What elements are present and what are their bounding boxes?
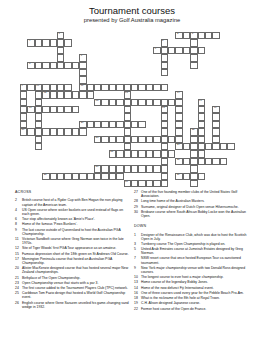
grid-cell[interactable] (198, 106, 205, 113)
grid-cell[interactable] (161, 84, 168, 91)
grid-cell[interactable] (146, 136, 153, 143)
grid-cell[interactable] (161, 136, 168, 143)
clue-number: 14 (134, 286, 141, 290)
grid-cell[interactable] (161, 121, 168, 128)
grid-cell[interactable] (116, 84, 123, 91)
clue-text: English course where Gene Sarazen unveil… (22, 301, 131, 309)
grid-cell[interactable] (138, 136, 145, 143)
clue-number: 26 (15, 301, 22, 309)
grid-cell[interactable]: 23 (94, 136, 101, 143)
grid-cell[interactable] (20, 113, 27, 120)
grid-cell[interactable] (175, 106, 182, 113)
grid-cell[interactable]: 13 (124, 91, 131, 98)
grid-cell[interactable] (20, 91, 27, 98)
grid-cell[interactable] (153, 136, 160, 143)
grid-cell[interactable] (161, 150, 168, 157)
grid-cell[interactable]: 26 (175, 158, 182, 165)
grid-cell[interactable]: 8 (27, 62, 34, 69)
grid-cell[interactable] (124, 165, 131, 172)
grid-cell[interactable] (183, 143, 190, 150)
clue-text: Home of the now defunct Fiji Internation… (141, 286, 252, 290)
grid-cell[interactable] (131, 136, 138, 143)
grid-cell[interactable] (35, 113, 42, 120)
grid-cell[interactable] (79, 76, 86, 83)
clue-text: New York major championship venue with t… (141, 266, 252, 274)
clue-number: 21 (15, 276, 22, 280)
clue-number: 23 (15, 281, 22, 285)
across-clue-list: 2British course host of a Ryder Cup with… (15, 198, 131, 309)
grid-cell[interactable] (161, 113, 168, 120)
clue-item: 24The first course added to the Tourname… (15, 286, 131, 290)
clue-number: 13 (134, 280, 141, 284)
grid-cell[interactable] (101, 173, 108, 180)
grid-cell[interactable] (87, 173, 94, 180)
grid-cell[interactable] (190, 173, 197, 180)
grid-cell[interactable] (205, 143, 212, 150)
grid-cell[interactable] (101, 136, 108, 143)
grid-cell[interactable]: 7 (79, 54, 86, 61)
grid-cell[interactable] (87, 121, 94, 128)
grid-cell[interactable] (153, 84, 160, 91)
grid-cell[interactable] (161, 128, 168, 135)
grid-cell[interactable] (42, 106, 49, 113)
clue-item: 7NSW resort course that once hosted Euro… (134, 256, 252, 264)
grid-cell[interactable] (205, 158, 212, 165)
grid-cell[interactable] (205, 32, 212, 39)
grid-cell[interactable] (146, 150, 153, 157)
grid-cell[interactable] (79, 128, 86, 135)
cell-number: 29 (177, 174, 180, 177)
cell-number: 24 (177, 144, 180, 147)
grid-cell[interactable] (57, 47, 64, 54)
clue-item: 19C.H. Alison designed Japanese course. (134, 301, 252, 305)
grid-cell[interactable] (109, 136, 116, 143)
clue-item: 30Brisbane course where South African Bo… (134, 210, 252, 218)
grid-cell[interactable] (42, 62, 49, 69)
grid-cell[interactable] (146, 165, 153, 172)
grid-cell[interactable]: 19 (212, 106, 219, 113)
across-clues-column: ACROSS 2British course host of a Ryder C… (15, 190, 131, 310)
grid-cell[interactable]: 22 (190, 128, 197, 135)
grid-cell[interactable] (116, 165, 123, 172)
grid-cell[interactable] (72, 106, 79, 113)
grid-cell[interactable] (153, 150, 160, 157)
grid-cell[interactable] (124, 84, 131, 91)
grid-cell[interactable] (161, 47, 168, 54)
grid-cell[interactable] (168, 99, 175, 106)
grid-cell[interactable] (50, 173, 57, 180)
clue-number: 8 (15, 222, 22, 226)
clue-number: 17 (15, 257, 22, 265)
clue-item: 6Tour stop affectionately known as 'Arni… (15, 217, 131, 221)
grid-cell[interactable] (35, 62, 42, 69)
grid-cell[interactable] (35, 99, 42, 106)
cell-number: 5 (162, 40, 163, 43)
grid-cell[interactable] (227, 143, 234, 150)
grid-cell[interactable] (64, 84, 71, 91)
grid-cell[interactable] (79, 173, 86, 180)
grid-cell[interactable] (50, 84, 57, 91)
grid-cell[interactable] (138, 99, 145, 106)
grid-cell[interactable] (124, 106, 131, 113)
across-header: ACROSS (15, 190, 131, 194)
grid-cell[interactable] (190, 39, 197, 46)
grid-cell[interactable] (57, 91, 64, 98)
grid-cell[interactable] (190, 47, 197, 54)
grid-cell[interactable] (212, 136, 219, 143)
grid-cell[interactable] (20, 106, 27, 113)
grid-cell[interactable] (212, 128, 219, 135)
grid-cell[interactable] (50, 39, 57, 46)
grid-cell[interactable] (101, 165, 108, 172)
grid-cell[interactable] (27, 84, 34, 91)
grid-cell[interactable]: 20 (79, 121, 86, 128)
grid-cell[interactable] (183, 47, 190, 54)
grid-cell[interactable] (57, 62, 64, 69)
grid-cell[interactable] (198, 121, 205, 128)
grid-cell[interactable] (190, 54, 197, 61)
cell-number: 12 (44, 92, 47, 95)
grid-cell[interactable] (35, 106, 42, 113)
grid-cell[interactable] (35, 128, 42, 135)
grid-cell[interactable]: 12 (42, 91, 49, 98)
grid-cell[interactable]: 5 (161, 39, 168, 46)
clue-text: Mornington Peninsula course that hosted … (22, 257, 131, 265)
grid-cell[interactable] (190, 143, 197, 150)
grid-cell[interactable] (116, 99, 123, 106)
grid-cell[interactable] (109, 165, 116, 172)
grid-cell[interactable]: 17 (27, 106, 34, 113)
grid-cell[interactable] (131, 165, 138, 172)
clue-text: Open Championship venue that starts with… (22, 281, 131, 285)
clue-text: The last course outside of Queensland to… (22, 228, 131, 236)
clue-number: 16 (134, 291, 141, 295)
clue-number: 28 (134, 199, 141, 203)
grid-cell[interactable] (116, 150, 123, 157)
grid-cell[interactable] (183, 173, 190, 180)
grid-cell[interactable] (198, 173, 205, 180)
grid-cell[interactable] (153, 99, 160, 106)
grid-cell[interactable] (64, 62, 71, 69)
grid-cell[interactable] (72, 91, 79, 98)
grid-cell[interactable] (116, 173, 123, 180)
clue-item: 12Site of Tiger Woods' first PGA Tour ap… (15, 246, 131, 250)
grid-cell[interactable] (124, 128, 131, 135)
cell-number: 9 (22, 85, 23, 88)
grid-cell[interactable]: 15 (94, 99, 101, 106)
grid-cell[interactable] (116, 121, 123, 128)
grid-cell[interactable] (220, 158, 227, 165)
grid-cell[interactable]: 24 (175, 143, 182, 150)
clue-text: Famous depression short of the 18th gree… (22, 252, 131, 256)
grid-cell[interactable] (131, 180, 138, 187)
grid-cell[interactable]: 30 (124, 180, 131, 187)
grid-cell[interactable] (131, 121, 138, 128)
puzzle-page: Tournament courses presented by Golf Aus… (0, 0, 264, 341)
grid-cell[interactable] (146, 99, 153, 106)
grid-cell[interactable] (50, 62, 57, 69)
grid-cell[interactable] (72, 62, 79, 69)
clue-number: 25 (15, 291, 22, 299)
grid-cell[interactable] (50, 106, 57, 113)
grid-cell[interactable] (94, 173, 101, 180)
grid-cell[interactable] (57, 106, 64, 113)
clue-item: 23Open Championship venue that starts wi… (15, 281, 131, 285)
clue-item: 10The longest course to ever host a majo… (134, 275, 252, 279)
cell-number: 25 (110, 151, 113, 154)
grid-cell[interactable] (109, 173, 116, 180)
grid-cell[interactable] (109, 99, 116, 106)
grid-cell[interactable] (50, 128, 57, 135)
grid-cell[interactable] (64, 106, 71, 113)
grid-cell[interactable] (138, 180, 145, 187)
grid-cell[interactable] (72, 128, 79, 135)
clue-text: Birthplace of The Open Championship. (22, 276, 131, 280)
grid-cell[interactable] (57, 54, 64, 61)
clue-item: 9The last course outside of Queensland t… (15, 228, 131, 236)
grid-cell[interactable] (101, 84, 108, 91)
grid-cell[interactable] (190, 180, 197, 187)
crossword-grid: 1234567118910211213142415161718192022232… (20, 32, 235, 187)
down-clue-list: 1Designer of the Renaissance Club, which… (134, 233, 252, 311)
grid-cell[interactable]: 21 (20, 128, 27, 135)
grid-cell[interactable] (212, 113, 219, 120)
clue-text: United Arab Emirates course at Jumeirah … (141, 247, 252, 255)
grid-cell[interactable] (124, 121, 131, 128)
cell-number: 20 (81, 122, 84, 125)
grid-cell[interactable] (35, 143, 42, 150)
grid-cell[interactable] (124, 143, 131, 150)
grid-cell[interactable] (190, 136, 197, 143)
cell-number: 1 (59, 33, 60, 36)
grid-cell[interactable] (57, 173, 64, 180)
grid-cell[interactable] (161, 62, 168, 69)
cell-number: 30 (125, 181, 128, 184)
clue-text: Home of the famous 'Pews Bunkers'. (22, 222, 131, 226)
grid-cell[interactable] (35, 121, 42, 128)
grid-cell[interactable] (72, 173, 79, 180)
grid-cell[interactable] (183, 158, 190, 165)
grid-cell[interactable]: 27 (94, 165, 101, 172)
grid-cell[interactable] (27, 128, 34, 135)
grid-cell[interactable] (146, 180, 153, 187)
grid-cell[interactable]: 9 (20, 84, 27, 91)
grid-cell[interactable] (35, 91, 42, 98)
grid-cell[interactable] (116, 136, 123, 143)
grid-cell[interactable] (94, 121, 101, 128)
clue-item: 13Home course of the legendary Bobby Jon… (134, 280, 252, 284)
grid-cell[interactable] (175, 99, 182, 106)
cell-number: 10 (36, 85, 39, 88)
clue-text: Former host course of the Open de France… (141, 307, 252, 311)
grid-cell[interactable]: 4 (27, 39, 34, 46)
grid-cell[interactable]: 10 (35, 84, 42, 91)
grid-cell[interactable] (168, 47, 175, 54)
clue-item: 28Long time home of the Australian Maste… (134, 199, 252, 203)
clue-item: 14Home of the now defunct Fiji Internati… (134, 286, 252, 290)
grid-cell[interactable]: 6 (153, 47, 160, 54)
grid-cell[interactable] (138, 121, 145, 128)
grid-cell[interactable] (101, 99, 108, 106)
grid-cell[interactable] (198, 143, 205, 150)
grid-cell[interactable] (198, 128, 205, 135)
clue-item: 29Surname, original designer of Dutch Op… (134, 205, 252, 209)
grid-cell[interactable] (212, 32, 219, 39)
clue-text: Caribbean Tom Fazio design that hosted a… (22, 291, 131, 299)
grid-cell[interactable]: 25 (109, 150, 116, 157)
clue-number: 19 (134, 301, 141, 305)
grid-cell[interactable] (212, 121, 219, 128)
grid-cell[interactable] (198, 47, 205, 54)
grid-cell[interactable] (190, 150, 197, 157)
grid-cell[interactable] (161, 69, 168, 76)
cell-number: 22 (192, 129, 195, 132)
grid-cell[interactable] (64, 173, 71, 180)
grid-cell[interactable] (161, 99, 168, 106)
grid-cell[interactable] (42, 128, 49, 135)
grid-cell[interactable] (87, 91, 94, 98)
cell-number: 3 (192, 33, 193, 36)
clue-item: 11Victorian Sandbelt course where Greg N… (15, 237, 131, 245)
grid-cell[interactable] (175, 47, 182, 54)
clue-text: Tour stop affectionately known as 'Arnie… (22, 217, 131, 221)
grid-cell[interactable] (20, 99, 27, 106)
grid-cell[interactable] (220, 143, 227, 150)
grid-cell[interactable] (64, 91, 71, 98)
grid-cell[interactable] (146, 84, 153, 91)
grid-cell[interactable] (175, 136, 182, 143)
grid-cell[interactable]: 16 (198, 99, 205, 106)
grid-cell[interactable] (138, 150, 145, 157)
grid-cell[interactable] (131, 150, 138, 157)
cell-number: 27 (96, 166, 99, 169)
grid-cell[interactable] (138, 84, 145, 91)
clue-number: 24 (15, 286, 22, 290)
grid-cell[interactable]: 3 (190, 32, 197, 39)
clue-item: 3Turnberry course The Open Championship … (134, 242, 252, 246)
clue-text: NSW resort course that once hosted Europ… (141, 256, 252, 264)
grid-cell[interactable]: 11 (79, 84, 86, 91)
grid-cell[interactable] (79, 62, 86, 69)
grid-cell[interactable] (20, 121, 27, 128)
grid-cell[interactable] (79, 69, 86, 76)
grid-cell[interactable] (190, 165, 197, 172)
grid-cell[interactable] (138, 165, 145, 172)
grid-cell[interactable] (212, 158, 219, 165)
grid-cell[interactable] (198, 113, 205, 120)
grid-cell[interactable] (124, 150, 131, 157)
grid-cell[interactable] (161, 173, 168, 180)
grid-cell[interactable] (131, 99, 138, 106)
grid-cell[interactable] (198, 158, 205, 165)
grid-cell[interactable]: 28 (42, 173, 49, 180)
grid-cell[interactable] (168, 136, 175, 143)
grid-cell[interactable]: 14 (175, 91, 182, 98)
grid-cell[interactable] (175, 128, 182, 135)
grid-cell[interactable] (198, 150, 205, 157)
grid-cell[interactable] (124, 113, 131, 120)
grid-cell[interactable] (87, 84, 94, 91)
grid-cell[interactable] (131, 84, 138, 91)
clue-item: 21Birthplace of The Open Championship. (15, 276, 131, 280)
grid-cell[interactable] (161, 180, 168, 187)
clue-item: 25Caribbean Tom Fazio design that hosted… (15, 291, 131, 299)
grid-cell[interactable] (94, 84, 101, 91)
grid-cell[interactable] (109, 84, 116, 91)
clue-number: 15 (15, 252, 22, 256)
clue-text: US Open course where wicker baskets are … (22, 208, 131, 216)
grid-cell[interactable] (183, 32, 190, 39)
grid-cell[interactable] (161, 143, 168, 150)
cell-number: 17 (29, 107, 32, 110)
grid-cell[interactable] (64, 128, 71, 135)
grid-cell[interactable] (57, 128, 64, 135)
grid-cell[interactable] (42, 84, 49, 91)
clue-text: Designer of the Renaissance Club, which … (141, 233, 252, 241)
grid-cell[interactable] (64, 39, 71, 46)
grid-cell[interactable] (190, 158, 197, 165)
grid-cell[interactable]: 29 (175, 173, 182, 180)
clue-number: 7 (134, 256, 141, 264)
grid-cell[interactable] (57, 84, 64, 91)
clue-item: 2British course host of a Ryder Cup with… (15, 198, 131, 206)
clue-item: 17Mornington Peninsula course that hoste… (15, 257, 131, 265)
grid-cell[interactable] (190, 62, 197, 69)
clue-number: 20 (15, 266, 22, 274)
clue-item: 9New York major championship venue with … (134, 266, 252, 274)
grid-cell[interactable] (212, 143, 219, 150)
grid-cell[interactable] (35, 39, 42, 46)
grid-cell[interactable] (198, 32, 205, 39)
grid-cell[interactable] (50, 91, 57, 98)
grid-cell[interactable] (175, 121, 182, 128)
grid-cell[interactable] (161, 54, 168, 61)
grid-cell[interactable] (153, 180, 160, 187)
grid-cell[interactable]: 1 (57, 32, 64, 39)
clue-text: Brisbane course where South African Bobb… (141, 210, 252, 218)
grid-cell[interactable] (35, 136, 42, 143)
grid-cell[interactable] (124, 136, 131, 143)
clue-number: 12 (15, 246, 22, 250)
clue-item: 27One of the five founding member clubs … (134, 190, 252, 198)
grid-cell[interactable] (124, 99, 131, 106)
clue-item: 16One of three courses used every year f… (134, 291, 252, 295)
grid-cell[interactable] (161, 165, 168, 172)
cell-number: 16 (199, 100, 202, 103)
clue-text: One of the five founding member clubs of… (141, 190, 252, 198)
clue-item: 18What is the nickname of the 8th hole a… (134, 296, 252, 300)
clue-number: 27 (134, 190, 141, 198)
grid-cell[interactable] (101, 121, 108, 128)
grid-cell[interactable] (175, 113, 182, 120)
grid-cell[interactable] (168, 150, 175, 157)
clue-number: 5 (134, 247, 141, 255)
clue-item: 5United Arab Emirates course at Jumeirah… (134, 247, 252, 255)
grid-cell[interactable] (42, 39, 49, 46)
cell-number: 18 (162, 107, 165, 110)
grid-cell[interactable] (153, 165, 160, 172)
grid-cell[interactable] (198, 136, 205, 143)
grid-cell[interactable] (79, 91, 86, 98)
clue-number: 9 (134, 266, 141, 274)
grid-cell[interactable] (109, 121, 116, 128)
grid-cell[interactable] (161, 158, 168, 165)
grid-cell[interactable]: 2 (175, 32, 182, 39)
cell-number: 7 (81, 55, 82, 58)
grid-cell[interactable] (57, 39, 64, 46)
cell-number: 8 (29, 63, 30, 66)
grid-cell[interactable]: 18 (161, 106, 168, 113)
